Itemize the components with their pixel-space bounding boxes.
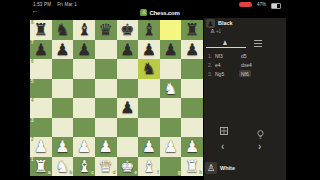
black-player-name: Black — [218, 20, 233, 26]
black-pawn[interactable]: ♟ — [120, 98, 134, 117]
rank-label-2: 2 — [31, 138, 34, 143]
square-f1[interactable]: f♝ — [138, 157, 160, 177]
file-label-g: g — [178, 171, 181, 176]
square-a8[interactable]: 8♜ — [30, 20, 52, 40]
controls-row — [204, 124, 286, 140]
square-e4[interactable]: ♟ — [117, 98, 139, 118]
chesscom-logo: ♙ Chess.com — [0, 8, 320, 17]
square-g8[interactable] — [160, 20, 182, 40]
square-c7[interactable]: ♟ — [73, 40, 95, 60]
file-label-h: h — [199, 171, 202, 176]
white-knight[interactable]: ♞ — [55, 157, 69, 176]
rank-label-1: 1 — [31, 158, 34, 163]
black-pawn[interactable]: ♟ — [185, 40, 199, 59]
white-player-name: White — [220, 165, 235, 171]
square-f5[interactable] — [138, 79, 160, 99]
file-label-b: b — [70, 171, 73, 176]
square-b2[interactable]: ♟ — [52, 137, 74, 157]
black-pawn[interactable]: ♟ — [77, 40, 91, 59]
active-tab-underline — [206, 47, 246, 48]
square-h4[interactable] — [181, 98, 203, 118]
status-time-date: 1:53 PMFri Mar 1 — [33, 2, 83, 7]
white-pawn[interactable]: ♟ — [163, 137, 177, 156]
rank-label-7: 7 — [31, 41, 34, 46]
move-number: 1. — [208, 53, 215, 59]
move-number: 2. — [208, 62, 215, 68]
white-king[interactable]: ♚ — [120, 157, 134, 176]
analysis-board-icon[interactable] — [220, 127, 228, 135]
move-row: 3.Ng5Nf6 — [208, 69, 284, 78]
square-f6[interactable]: ♞ — [138, 59, 160, 79]
black-pawn[interactable]: ♟ — [142, 40, 156, 59]
black-bishop[interactable]: ♝ — [77, 20, 91, 39]
game-side-panel: ♟ Black ♙ +1 ♟ 1.Nf3d52.e4dxe43.Ng5Nf6 ‹… — [204, 18, 286, 180]
square-d5[interactable] — [95, 79, 117, 99]
square-g7[interactable]: ♟ — [160, 40, 182, 60]
material-score: +1 — [216, 29, 221, 34]
square-e5[interactable] — [117, 79, 139, 99]
square-f4[interactable] — [138, 98, 160, 118]
move-number: 3. — [208, 71, 215, 77]
black-pawn[interactable]: ♟ — [120, 40, 134, 59]
square-a4[interactable]: 4 — [30, 98, 52, 118]
square-h7[interactable]: ♟ — [181, 40, 203, 60]
move-white[interactable]: Nf3 — [215, 53, 241, 59]
square-c6[interactable] — [73, 59, 95, 79]
white-pawn[interactable]: ♟ — [99, 137, 113, 156]
square-g1[interactable]: g — [160, 157, 182, 177]
move-black[interactable]: dxe4 — [241, 62, 267, 68]
square-f3[interactable] — [138, 118, 160, 138]
square-h2[interactable]: ♟ — [181, 137, 203, 157]
file-label-f: f — [157, 171, 159, 176]
square-b4[interactable] — [52, 98, 74, 118]
square-g2[interactable]: ♟ — [160, 137, 182, 157]
square-b1[interactable]: b♞ — [52, 157, 74, 177]
black-rook[interactable]: ♜ — [34, 20, 48, 39]
square-h1[interactable]: h♜ — [181, 157, 203, 177]
square-f7[interactable]: ♟ — [138, 40, 160, 60]
square-d7[interactable] — [95, 40, 117, 60]
square-c2[interactable]: ♟ — [73, 137, 95, 157]
square-b6[interactable] — [52, 59, 74, 79]
square-c3[interactable] — [73, 118, 95, 138]
square-b8[interactable]: ♞ — [52, 20, 74, 40]
black-pawn[interactable]: ♟ — [55, 40, 69, 59]
white-bishop[interactable]: ♝ — [77, 157, 91, 176]
move-black[interactable]: d5 — [241, 53, 267, 59]
black-player-avatar[interactable]: ♟ — [206, 19, 215, 28]
captured-pieces-row: ♙ +1 — [210, 28, 221, 34]
white-player-avatar[interactable]: ♙ — [205, 162, 217, 174]
square-e6[interactable] — [117, 59, 139, 79]
square-g6[interactable] — [160, 59, 182, 79]
square-c5[interactable] — [73, 79, 95, 99]
black-pawn[interactable]: ♟ — [163, 40, 177, 59]
square-a7[interactable]: 7♟ — [30, 40, 52, 60]
square-e3[interactable] — [117, 118, 139, 138]
white-pawn[interactable]: ♟ — [55, 137, 69, 156]
square-e8[interactable]: ♚ — [117, 20, 139, 40]
panel-tab-bar: ♟ — [204, 38, 286, 48]
square-f2[interactable]: ♟ — [138, 137, 160, 157]
move-row: 2.e4dxe4 — [208, 60, 284, 69]
square-c1[interactable]: c♝ — [73, 157, 95, 177]
square-b3[interactable] — [52, 118, 74, 138]
rank-label-5: 5 — [31, 80, 34, 85]
square-e2[interactable] — [117, 137, 139, 157]
square-a3[interactable]: 3 — [30, 118, 52, 138]
square-a2[interactable]: 2♟ — [30, 137, 52, 157]
next-move-button[interactable]: › — [258, 142, 261, 152]
square-e1[interactable]: e♚ — [117, 157, 139, 177]
hint-lightbulb-icon[interactable] — [257, 126, 264, 136]
black-pawn[interactable]: ♟ — [34, 40, 48, 59]
square-h8[interactable]: ♜ — [181, 20, 203, 40]
square-d8[interactable]: ♛ — [95, 20, 117, 40]
battery-icon-tip — [280, 4, 281, 6]
black-knight[interactable]: ♞ — [142, 59, 156, 78]
date-text: Fri Mar 1 — [57, 2, 77, 7]
move-black[interactable]: Nf6 — [239, 70, 251, 77]
white-queen[interactable]: ♛ — [99, 157, 113, 176]
chesscom-pawn-icon: ♙ — [140, 9, 147, 16]
black-bishop[interactable]: ♝ — [142, 20, 156, 39]
chess-board[interactable]: 8♜♞♝♛♚♝♜7♟♟♟♟♟♟♟6♞5♞4♟32♟♟♟♟♟♟♟1a♜b♞c♝d♛… — [30, 20, 203, 176]
square-d4[interactable] — [95, 98, 117, 118]
move-white[interactable]: Ng5 — [215, 71, 241, 77]
file-label-e: e — [135, 171, 138, 176]
square-b7[interactable]: ♟ — [52, 40, 74, 60]
white-pawn[interactable]: ♟ — [34, 137, 48, 156]
white-pawn[interactable]: ♟ — [77, 137, 91, 156]
black-rook[interactable]: ♜ — [185, 20, 199, 39]
square-c8[interactable]: ♝ — [73, 20, 95, 40]
square-b5[interactable] — [52, 79, 74, 99]
black-knight[interactable]: ♞ — [55, 20, 69, 39]
white-rook[interactable]: ♜ — [34, 157, 48, 176]
white-pawn[interactable]: ♟ — [142, 137, 156, 156]
tab-moves[interactable]: ♟ — [214, 38, 236, 47]
chesscom-brand-text: Chess.com — [149, 10, 179, 16]
move-white[interactable]: e4 — [215, 62, 241, 68]
white-knight[interactable]: ♞ — [163, 79, 177, 98]
black-queen[interactable]: ♛ — [99, 20, 113, 39]
file-label-c: c — [91, 171, 94, 176]
square-d3[interactable] — [95, 118, 117, 138]
square-h6[interactable] — [181, 59, 203, 79]
rank-label-6: 6 — [31, 60, 34, 65]
square-d2[interactable]: ♟ — [95, 137, 117, 157]
move-row: 1.Nf3d5 — [208, 51, 284, 60]
square-d1[interactable]: d♛ — [95, 157, 117, 177]
square-g5[interactable]: ♞ — [160, 79, 182, 99]
previous-move-button[interactable]: ‹ — [221, 142, 224, 152]
rank-label-8: 8 — [31, 21, 34, 26]
black-king[interactable]: ♚ — [120, 20, 134, 39]
square-g4[interactable] — [160, 98, 182, 118]
rank-label-4: 4 — [31, 99, 34, 104]
file-label-a: a — [48, 171, 51, 176]
file-label-d: d — [113, 171, 116, 176]
square-g3[interactable] — [160, 118, 182, 138]
move-list: 1.Nf3d52.e4dxe43.Ng5Nf6 — [208, 51, 284, 78]
square-a6[interactable]: 6 — [30, 59, 52, 79]
captured-white-pawn-icon: ♙ — [210, 28, 215, 34]
white-bishop[interactable]: ♝ — [142, 157, 156, 176]
square-c4[interactable] — [73, 98, 95, 118]
square-d6[interactable] — [95, 59, 117, 79]
white-rook[interactable]: ♜ — [185, 157, 199, 176]
square-f8[interactable]: ♝ — [138, 20, 160, 40]
screen-recording-pill[interactable] — [239, 2, 252, 7]
square-a5[interactable]: 5 — [30, 79, 52, 99]
menu-icon[interactable] — [254, 39, 262, 47]
battery-percent: 47% — [257, 2, 266, 7]
rank-label-3: 3 — [31, 119, 34, 124]
square-a1[interactable]: 1a♜ — [30, 157, 52, 177]
square-e7[interactable]: ♟ — [117, 40, 139, 60]
square-h3[interactable] — [181, 118, 203, 138]
square-h5[interactable] — [181, 79, 203, 99]
white-pawn[interactable]: ♟ — [185, 137, 199, 156]
